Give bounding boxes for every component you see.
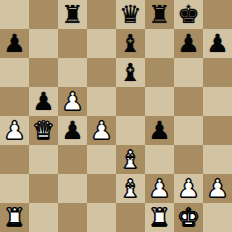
black-rook: ♜ (61, 0, 83, 29)
black-bishop: ♝ (119, 29, 141, 58)
black-king: ♚ (177, 0, 199, 29)
square-b3[interactable] (29, 145, 58, 174)
square-g1[interactable]: ♚ (174, 203, 203, 232)
square-d8[interactable] (87, 0, 116, 29)
white-queen: ♛ (32, 116, 54, 145)
square-e6[interactable]: ♝ (116, 58, 145, 87)
square-a1[interactable]: ♜ (0, 203, 29, 232)
square-h1[interactable] (203, 203, 232, 232)
white-bishop: ♝ (119, 145, 141, 174)
square-f7[interactable] (145, 29, 174, 58)
square-b6[interactable] (29, 58, 58, 87)
square-h4[interactable] (203, 116, 232, 145)
black-pawn: ♟ (177, 29, 199, 58)
square-e3[interactable]: ♝ (116, 145, 145, 174)
square-b1[interactable] (29, 203, 58, 232)
white-rook: ♜ (3, 203, 25, 232)
square-c1[interactable] (58, 203, 87, 232)
white-king: ♚ (177, 203, 199, 232)
square-e2[interactable]: ♝ (116, 174, 145, 203)
square-b2[interactable] (29, 174, 58, 203)
white-pawn: ♟ (61, 87, 83, 116)
square-h6[interactable] (203, 58, 232, 87)
square-h5[interactable] (203, 87, 232, 116)
square-g5[interactable] (174, 87, 203, 116)
square-h3[interactable] (203, 145, 232, 174)
square-a3[interactable] (0, 145, 29, 174)
black-pawn: ♟ (32, 87, 54, 116)
square-f8[interactable]: ♜ (145, 0, 174, 29)
square-c6[interactable] (58, 58, 87, 87)
square-f6[interactable] (145, 58, 174, 87)
square-e7[interactable]: ♝ (116, 29, 145, 58)
square-c5[interactable]: ♟ (58, 87, 87, 116)
square-a5[interactable] (0, 87, 29, 116)
chess-board: ♜♛♜♚♟♝♟♟♝♟♟♟♛♟♟♟♝♝♟♟♟♜♜♚ (0, 0, 232, 232)
square-f4[interactable]: ♟ (145, 116, 174, 145)
square-h7[interactable]: ♟ (203, 29, 232, 58)
white-pawn: ♟ (3, 116, 25, 145)
square-a4[interactable]: ♟ (0, 116, 29, 145)
square-b8[interactable] (29, 0, 58, 29)
square-f1[interactable]: ♜ (145, 203, 174, 232)
square-c2[interactable] (58, 174, 87, 203)
square-c3[interactable] (58, 145, 87, 174)
black-pawn: ♟ (61, 116, 83, 145)
white-rook: ♜ (148, 203, 170, 232)
white-pawn: ♟ (206, 174, 228, 203)
square-f2[interactable]: ♟ (145, 174, 174, 203)
square-d3[interactable] (87, 145, 116, 174)
square-e1[interactable] (116, 203, 145, 232)
black-pawn: ♟ (3, 29, 25, 58)
square-a6[interactable] (0, 58, 29, 87)
square-g4[interactable] (174, 116, 203, 145)
square-g3[interactable] (174, 145, 203, 174)
black-pawn: ♟ (148, 116, 170, 145)
white-bishop: ♝ (119, 174, 141, 203)
square-a2[interactable] (0, 174, 29, 203)
square-c8[interactable]: ♜ (58, 0, 87, 29)
square-d7[interactable] (87, 29, 116, 58)
square-d5[interactable] (87, 87, 116, 116)
square-b7[interactable] (29, 29, 58, 58)
white-pawn: ♟ (148, 174, 170, 203)
square-f3[interactable] (145, 145, 174, 174)
square-e4[interactable] (116, 116, 145, 145)
square-d1[interactable] (87, 203, 116, 232)
square-d4[interactable]: ♟ (87, 116, 116, 145)
square-e5[interactable] (116, 87, 145, 116)
square-a7[interactable]: ♟ (0, 29, 29, 58)
black-queen: ♛ (119, 0, 141, 29)
square-f5[interactable] (145, 87, 174, 116)
square-h8[interactable] (203, 0, 232, 29)
square-g6[interactable] (174, 58, 203, 87)
square-b5[interactable]: ♟ (29, 87, 58, 116)
square-c7[interactable] (58, 29, 87, 58)
square-g8[interactable]: ♚ (174, 0, 203, 29)
black-bishop: ♝ (119, 58, 141, 87)
white-pawn: ♟ (90, 116, 112, 145)
square-e8[interactable]: ♛ (116, 0, 145, 29)
black-pawn: ♟ (206, 29, 228, 58)
square-h2[interactable]: ♟ (203, 174, 232, 203)
white-pawn: ♟ (177, 174, 199, 203)
square-g2[interactable]: ♟ (174, 174, 203, 203)
square-b4[interactable]: ♛ (29, 116, 58, 145)
black-rook: ♜ (148, 0, 170, 29)
square-d2[interactable] (87, 174, 116, 203)
square-c4[interactable]: ♟ (58, 116, 87, 145)
square-g7[interactable]: ♟ (174, 29, 203, 58)
square-d6[interactable] (87, 58, 116, 87)
square-a8[interactable] (0, 0, 29, 29)
